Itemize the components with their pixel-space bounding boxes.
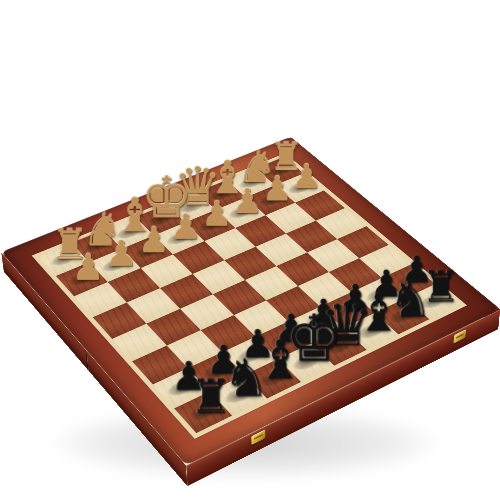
white-pawn-glyph: ♟ [291,160,321,194]
white-pawn-glyph: ♟ [138,223,170,258]
pieces-layer: ♜♞♝♚♛♝♞♜♟♟♟♟♟♟♟♟♟♟♟♟♟♟♟♟♜♞♝♚♛♝♞♜ [1,137,500,466]
white-pawn-glyph: ♟ [262,172,292,206]
chess-set-scene: ♜♞♝♚♛♝♞♜♟♟♟♟♟♟♟♟♟♟♟♟♟♟♟♟♜♞♝♚♛♝♞♜ [0,0,500,500]
white-pawn-glyph: ♟ [201,197,232,232]
black-rook-glyph: ♜ [190,374,232,421]
product-photo-stage: ♜♞♝♚♛♝♞♜♟♟♟♟♟♟♟♟♟♟♟♟♟♟♟♟♜♞♝♚♛♝♞♜ [0,0,500,500]
white-pawn-glyph: ♟ [232,184,263,218]
case-top-face: ♜♞♝♚♛♝♞♜♟♟♟♟♟♟♟♟♟♟♟♟♟♟♟♟♜♞♝♚♛♝♞♜ [1,137,500,466]
brass-clasp-icon [252,429,266,445]
black-rook-h8: ♜ [174,392,232,434]
brass-clasp-icon [454,329,467,344]
white-pawn-glyph: ♟ [105,236,137,272]
white-pawn-glyph: ♟ [170,210,201,245]
folding-chess-case: ♜♞♝♚♛♝♞♜♟♟♟♟♟♟♟♟♟♟♟♟♟♟♟♟♜♞♝♚♛♝♞♜ [1,137,500,466]
white-pawn-glyph: ♟ [72,250,104,286]
